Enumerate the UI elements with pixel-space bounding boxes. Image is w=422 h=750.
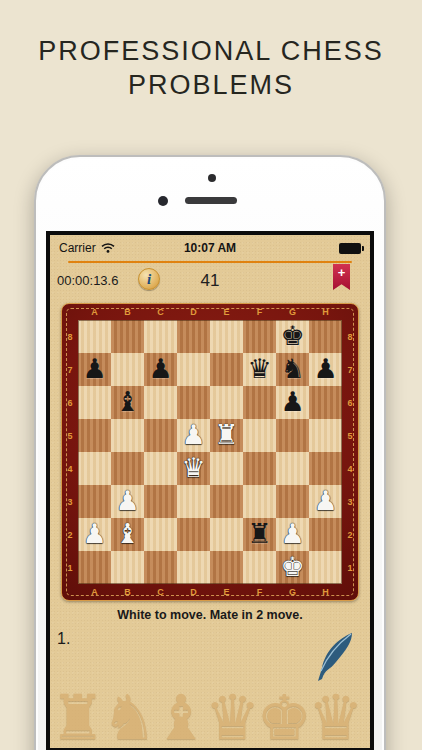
square-b2[interactable]: ♝ bbox=[111, 518, 144, 551]
square-c2[interactable] bbox=[144, 518, 177, 551]
square-h7[interactable]: ♟ bbox=[309, 353, 342, 386]
square-g5[interactable] bbox=[276, 419, 309, 452]
file-label-h-bottom: H bbox=[309, 584, 342, 600]
phone-screen: Carrier 10:07 AM 00:00:13.6 i 41 + bbox=[46, 231, 374, 750]
square-e2[interactable] bbox=[210, 518, 243, 551]
rank-label-4-right: 4 bbox=[342, 452, 358, 485]
square-c6[interactable] bbox=[144, 386, 177, 419]
square-d7[interactable] bbox=[177, 353, 210, 386]
piece-black-pawn[interactable]: ♟ bbox=[144, 353, 177, 386]
square-b8[interactable] bbox=[111, 320, 144, 353]
battery-icon bbox=[339, 243, 361, 254]
file-label-a-top: A bbox=[78, 304, 111, 320]
rank-label-7-right: 7 bbox=[342, 353, 358, 386]
piece-black-pawn[interactable]: ♟ bbox=[309, 353, 342, 386]
square-c1[interactable] bbox=[144, 551, 177, 584]
square-e1[interactable] bbox=[210, 551, 243, 584]
file-label-b-top: B bbox=[111, 304, 144, 320]
rank-label-7-left: 7 bbox=[62, 353, 78, 386]
proximity-sensor-dot bbox=[208, 174, 216, 182]
square-f7[interactable]: ♛ bbox=[243, 353, 276, 386]
plus-icon: + bbox=[333, 264, 350, 281]
piece-white-pawn[interactable]: ♟ bbox=[309, 485, 342, 518]
square-a8[interactable] bbox=[78, 320, 111, 353]
square-h5[interactable] bbox=[309, 419, 342, 452]
square-f5[interactable] bbox=[243, 419, 276, 452]
rank-label-6-left: 6 bbox=[62, 386, 78, 419]
watermark-piece-glyph: ♜ bbox=[50, 681, 102, 748]
rank-label-8-right: 8 bbox=[342, 320, 358, 353]
rank-label-8-left: 8 bbox=[62, 320, 78, 353]
watermark-piece-glyph: ♚ bbox=[256, 681, 308, 748]
app-store-screenshot: { "page": { "title_line1": "PROFESSIONAL… bbox=[0, 0, 422, 750]
square-f3[interactable] bbox=[243, 485, 276, 518]
toolbar: 00:00:13.6 i 41 + bbox=[50, 263, 370, 299]
square-e3[interactable] bbox=[210, 485, 243, 518]
square-g4[interactable] bbox=[276, 452, 309, 485]
page-title: PROFESSIONAL CHESS PROBLEMS bbox=[0, 34, 422, 102]
square-h6[interactable] bbox=[309, 386, 342, 419]
board-corner bbox=[62, 304, 78, 320]
square-a1[interactable] bbox=[78, 551, 111, 584]
square-h1[interactable] bbox=[309, 551, 342, 584]
square-c8[interactable] bbox=[144, 320, 177, 353]
square-d3[interactable] bbox=[177, 485, 210, 518]
watermark-piece-glyph: ♝ bbox=[360, 681, 370, 748]
square-h4[interactable] bbox=[309, 452, 342, 485]
square-b6[interactable]: ♝ bbox=[111, 386, 144, 419]
piece-white-rook[interactable]: ♜ bbox=[210, 419, 243, 452]
square-f1[interactable] bbox=[243, 551, 276, 584]
front-camera bbox=[158, 196, 168, 206]
file-label-f-bottom: F bbox=[243, 584, 276, 600]
rank-label-4-left: 4 bbox=[62, 452, 78, 485]
piece-black-king[interactable]: ♚ bbox=[276, 320, 309, 353]
rank-label-3-left: 3 bbox=[62, 485, 78, 518]
square-a3[interactable] bbox=[78, 485, 111, 518]
page-title-line1: PROFESSIONAL CHESS bbox=[0, 34, 422, 68]
square-g6[interactable]: ♟ bbox=[276, 386, 309, 419]
square-a6[interactable] bbox=[78, 386, 111, 419]
piece-black-bishop[interactable]: ♝ bbox=[111, 386, 144, 419]
rank-label-5-left: 5 bbox=[62, 419, 78, 452]
rank-label-3-right: 3 bbox=[342, 485, 358, 518]
square-c7[interactable]: ♟ bbox=[144, 353, 177, 386]
square-g1[interactable]: ♚ bbox=[276, 551, 309, 584]
square-d8[interactable] bbox=[177, 320, 210, 353]
rank-label-2-right: 2 bbox=[342, 518, 358, 551]
square-e5[interactable]: ♜ bbox=[210, 419, 243, 452]
watermark-piece-glyph: ♝ bbox=[153, 681, 205, 748]
square-e6[interactable] bbox=[210, 386, 243, 419]
square-a5[interactable] bbox=[78, 419, 111, 452]
piece-white-queen[interactable]: ♛ bbox=[177, 452, 210, 485]
square-e4[interactable] bbox=[210, 452, 243, 485]
piece-white-pawn[interactable]: ♟ bbox=[276, 518, 309, 551]
square-d4[interactable]: ♛ bbox=[177, 452, 210, 485]
piece-white-bishop[interactable]: ♝ bbox=[111, 518, 144, 551]
square-g8[interactable]: ♚ bbox=[276, 320, 309, 353]
file-label-a-bottom: A bbox=[78, 584, 111, 600]
status-bar: Carrier 10:07 AM bbox=[50, 235, 370, 261]
file-label-c-bottom: C bbox=[144, 584, 177, 600]
square-f6[interactable] bbox=[243, 386, 276, 419]
square-g2[interactable]: ♟ bbox=[276, 518, 309, 551]
board-corner bbox=[62, 584, 78, 600]
file-label-d-top: D bbox=[177, 304, 210, 320]
square-b7[interactable] bbox=[111, 353, 144, 386]
square-h2[interactable] bbox=[309, 518, 342, 551]
square-d1[interactable] bbox=[177, 551, 210, 584]
page-title-line2: PROBLEMS bbox=[0, 68, 422, 102]
square-e8[interactable] bbox=[210, 320, 243, 353]
rank-label-1-right: 1 bbox=[342, 551, 358, 584]
rank-label-6-right: 6 bbox=[342, 386, 358, 419]
square-h3[interactable]: ♟ bbox=[309, 485, 342, 518]
file-label-b-bottom: B bbox=[111, 584, 144, 600]
rank-label-5-right: 5 bbox=[342, 419, 358, 452]
watermark-piece-glyph: ♛ bbox=[308, 681, 360, 748]
file-label-c-top: C bbox=[144, 304, 177, 320]
square-b5[interactable] bbox=[111, 419, 144, 452]
piece-white-pawn[interactable]: ♟ bbox=[177, 419, 210, 452]
earpiece-speaker bbox=[185, 197, 237, 204]
square-g3[interactable] bbox=[276, 485, 309, 518]
piece-black-pawn[interactable]: ♟ bbox=[276, 386, 309, 419]
piece-white-pawn[interactable]: ♟ bbox=[111, 485, 144, 518]
square-d6[interactable] bbox=[177, 386, 210, 419]
piece-black-queen[interactable]: ♛ bbox=[243, 353, 276, 386]
square-c3[interactable] bbox=[144, 485, 177, 518]
problem-number: 41 bbox=[50, 271, 370, 291]
square-h8[interactable] bbox=[309, 320, 342, 353]
square-a2[interactable]: ♟ bbox=[78, 518, 111, 551]
square-d2[interactable] bbox=[177, 518, 210, 551]
square-a7[interactable]: ♟ bbox=[78, 353, 111, 386]
watermark-piece-glyph: ♞ bbox=[102, 681, 154, 748]
piece-black-rook[interactable]: ♜ bbox=[243, 518, 276, 551]
square-b3[interactable]: ♟ bbox=[111, 485, 144, 518]
watermark-piece-glyph: ♛ bbox=[205, 681, 257, 748]
file-label-h-top: H bbox=[309, 304, 342, 320]
iphone-frame: Carrier 10:07 AM 00:00:13.6 i 41 + bbox=[34, 155, 386, 750]
square-b1[interactable] bbox=[111, 551, 144, 584]
square-d5[interactable]: ♟ bbox=[177, 419, 210, 452]
piece-white-pawn[interactable]: ♟ bbox=[78, 518, 111, 551]
file-label-g-top: G bbox=[276, 304, 309, 320]
rank-label-1-left: 1 bbox=[62, 551, 78, 584]
piece-black-knight[interactable]: ♞ bbox=[276, 353, 309, 386]
square-f4[interactable] bbox=[243, 452, 276, 485]
app-screen: Carrier 10:07 AM 00:00:13.6 i 41 + bbox=[50, 235, 370, 748]
clock: 10:07 AM bbox=[50, 241, 370, 255]
square-f8[interactable] bbox=[243, 320, 276, 353]
chess-board: ABCDEFGH8♚87♟♟♛♞♟76♝♟65♟♜54♛43♟♟32♟♝♜♟21… bbox=[61, 303, 359, 601]
piece-white-king[interactable]: ♚ bbox=[276, 551, 309, 584]
chess-pieces-watermark: ♜♞♝♛♚♛♝♞♜ bbox=[50, 687, 370, 748]
square-c5[interactable] bbox=[144, 419, 177, 452]
square-b4[interactable] bbox=[111, 452, 144, 485]
square-c4[interactable] bbox=[144, 452, 177, 485]
square-g7[interactable]: ♞ bbox=[276, 353, 309, 386]
quill-feather-icon bbox=[312, 631, 358, 685]
piece-black-pawn[interactable]: ♟ bbox=[78, 353, 111, 386]
square-a4[interactable] bbox=[78, 452, 111, 485]
board-corner bbox=[342, 584, 358, 600]
rank-label-2-left: 2 bbox=[62, 518, 78, 551]
file-label-e-top: E bbox=[210, 304, 243, 320]
board-corner bbox=[342, 304, 358, 320]
square-e7[interactable] bbox=[210, 353, 243, 386]
file-label-f-top: F bbox=[243, 304, 276, 320]
problem-caption: White to move. Mate in 2 move. bbox=[50, 608, 370, 622]
file-label-g-bottom: G bbox=[276, 584, 309, 600]
file-label-e-bottom: E bbox=[210, 584, 243, 600]
file-label-d-bottom: D bbox=[177, 584, 210, 600]
square-f2[interactable]: ♜ bbox=[243, 518, 276, 551]
